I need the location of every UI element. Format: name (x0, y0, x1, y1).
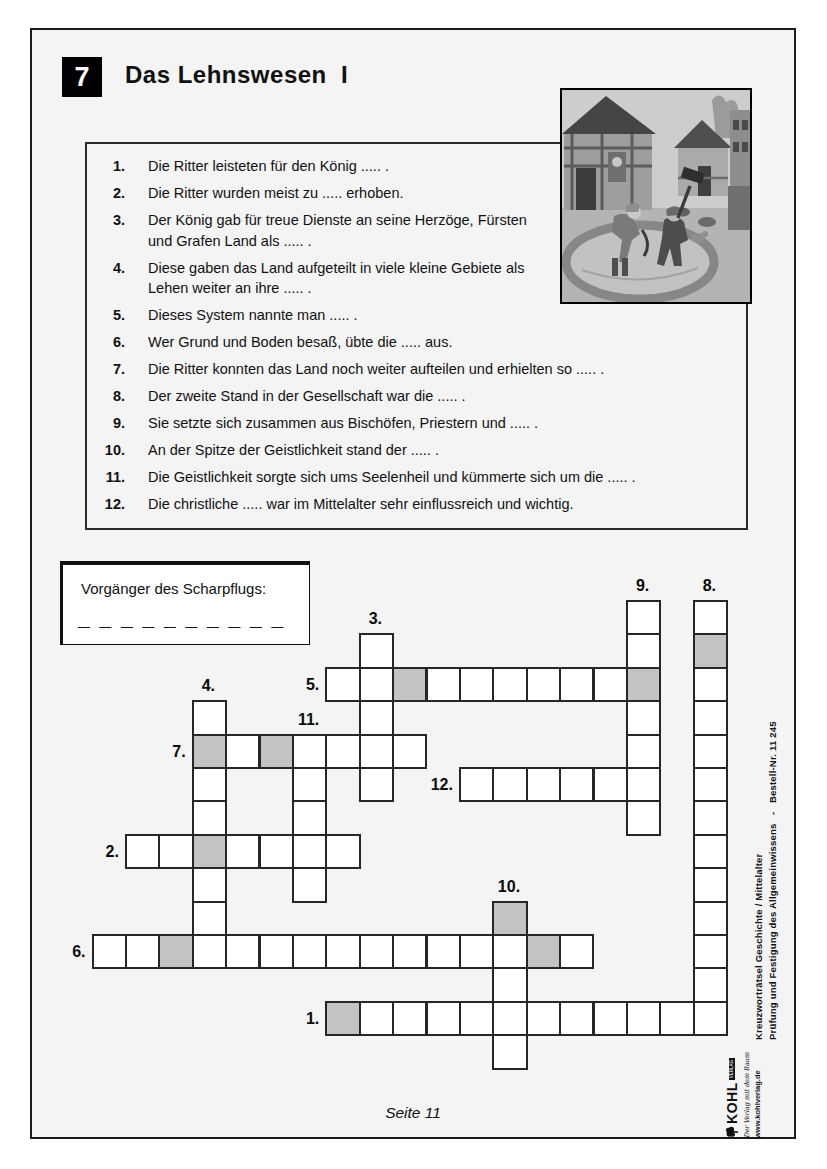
grid-cell[interactable] (626, 600, 661, 635)
grid-cell[interactable] (192, 901, 227, 936)
grid-cell[interactable] (426, 1001, 461, 1036)
grid-cell[interactable] (459, 934, 494, 969)
grid-clue-number: 7. (140, 734, 186, 769)
clue-text: Die Ritter konnten das Land noch weiter … (148, 359, 604, 380)
grid-cell[interactable] (693, 767, 728, 802)
grid-cell[interactable] (693, 667, 728, 702)
clue-number: 4. (98, 258, 125, 299)
grid-cell-gray[interactable] (693, 633, 728, 668)
grid-cell[interactable] (359, 667, 394, 702)
clue-item: 7.Die Ritter konnten das Land noch weite… (98, 359, 636, 380)
clue-item: 4.Diese gaben das Land aufgeteilt in vie… (98, 258, 636, 299)
clue-item: 6.Wer Grund und Boden besaß, übte die ..… (98, 332, 636, 353)
grid-cell[interactable] (259, 834, 294, 869)
grid-cell[interactable] (125, 934, 160, 969)
sidebar-imprint-rotated: Kreuzworträtsel Geschichte / Mittelalter… (752, 720, 782, 1040)
grid-clue-number: 8. (685, 575, 734, 597)
grid-cell[interactable] (492, 1034, 527, 1069)
grid-cell[interactable] (693, 800, 728, 835)
grid-cell[interactable] (559, 667, 594, 702)
grid-cell[interactable] (92, 934, 127, 969)
grid-cell[interactable] (626, 767, 661, 802)
clue-number: 10. (98, 440, 125, 461)
grid-clue-number: 9. (618, 575, 667, 597)
grid-cell[interactable] (626, 800, 661, 835)
clue-text: Der König gab für treue Dienste an seine… (148, 210, 540, 251)
grid-cell-gray[interactable] (526, 934, 561, 969)
grid-cell[interactable] (693, 734, 728, 769)
grid-clue-number: 2. (73, 834, 119, 869)
grid-cell[interactable] (693, 901, 728, 936)
grid-clue-number: 6. (40, 934, 86, 969)
grid-cell-gray[interactable] (626, 667, 661, 702)
clue-item: 8.Der zweite Stand in der Gesellschaft w… (98, 386, 636, 407)
clue-number: 8. (98, 386, 125, 407)
clue-item: 11.Die Geistlichkeit sorgte sich ums See… (98, 467, 636, 488)
clue-number: 9. (98, 413, 125, 434)
grid-cell[interactable] (325, 834, 360, 869)
grid-cell[interactable] (693, 934, 728, 969)
grid-cell[interactable] (693, 967, 728, 1002)
grid-cell[interactable] (292, 767, 327, 802)
sidebar-imprint: Kreuzworträtsel Geschichte / Mittelalter… (752, 720, 782, 1040)
grid-cell[interactable] (693, 867, 728, 902)
grid-cell[interactable] (626, 700, 661, 735)
grid-cell[interactable] (392, 934, 427, 969)
bonus-question-label: Vorgänger des Scharpflugs: (81, 580, 309, 597)
grid-cell[interactable] (292, 800, 327, 835)
grid-cell[interactable] (492, 767, 527, 802)
clue-item: 2.Die Ritter wurden meist zu ..... erhob… (98, 183, 636, 204)
grid-cell[interactable] (359, 633, 394, 668)
clue-number: 1. (98, 156, 125, 177)
grid-cell[interactable] (292, 934, 327, 969)
grid-cell[interactable] (392, 1001, 427, 1036)
grid-cell[interactable] (325, 934, 360, 969)
grid-cell[interactable] (292, 867, 327, 902)
clue-number: 5. (98, 305, 125, 326)
grid-cell[interactable] (359, 1001, 394, 1036)
grid-cell[interactable] (259, 934, 294, 969)
clue-text: Die Ritter leisteten für den König .....… (148, 156, 389, 177)
grid-cell[interactable] (225, 934, 260, 969)
grid-cell[interactable] (593, 667, 628, 702)
publisher-name: KOHL (724, 1082, 740, 1124)
grid-clue-number: 12. (407, 767, 453, 802)
grid-cell[interactable] (359, 767, 394, 802)
grid-cell[interactable] (459, 767, 494, 802)
grid-cell-gray[interactable] (158, 934, 193, 969)
grid-cell[interactable] (359, 700, 394, 735)
clue-item: 1.Die Ritter leisteten für den König ...… (98, 156, 636, 177)
grid-cell[interactable] (559, 1001, 594, 1036)
clue-text: Sie setzte sich zusammen aus Bischöfen, … (148, 413, 538, 434)
grid-cell[interactable] (292, 834, 327, 869)
grid-cell[interactable] (359, 734, 394, 769)
clue-text: Dieses System nannte man ..... . (148, 305, 358, 326)
clue-number: 7. (98, 359, 125, 380)
grid-cell[interactable] (526, 767, 561, 802)
grid-cell[interactable] (559, 934, 594, 969)
grid-cell[interactable] (593, 767, 628, 802)
grid-cell[interactable] (492, 967, 527, 1002)
clue-number: 6. (98, 332, 125, 353)
grid-cell[interactable] (492, 934, 527, 969)
clue-text: Die Ritter wurden meist zu ..... erhoben… (148, 183, 403, 204)
grid-cell[interactable] (192, 867, 227, 902)
grid-cell[interactable] (392, 734, 427, 769)
grid-cell[interactable] (492, 1001, 527, 1036)
clue-number: 11. (98, 467, 125, 488)
grid-cell[interactable] (359, 934, 394, 969)
grid-cell[interactable] (626, 734, 661, 769)
grid-cell-gray[interactable] (192, 734, 227, 769)
grid-cell[interactable] (693, 600, 728, 635)
clue-number: 2. (98, 183, 125, 204)
clue-number: 12. (98, 494, 125, 515)
clue-number: 3. (98, 210, 125, 251)
clue-text: Die Geistlichkeit sorgte sich ums Seelen… (148, 467, 636, 488)
sidebar-series-line: Kreuzworträtsel Geschichte / Mittelalter (752, 720, 766, 1040)
grid-cell[interactable] (693, 1001, 728, 1036)
grid-cell-gray[interactable] (259, 734, 294, 769)
grid-cell[interactable] (192, 934, 227, 969)
bonus-answer-box: Vorgänger des Scharpflugs: _ _ _ _ _ _ _… (60, 561, 310, 645)
grid-cell[interactable] (459, 667, 494, 702)
grid-cell[interactable] (125, 834, 160, 869)
grid-clue-number: 1. (273, 1001, 319, 1036)
grid-cell[interactable] (593, 1001, 628, 1036)
grid-cell[interactable] (459, 1001, 494, 1036)
grid-cell[interactable] (325, 734, 360, 769)
sidebar-ordernumber-line: Prüfung und Festigung des Allgemeinwisse… (766, 720, 780, 1040)
grid-cell[interactable] (693, 834, 728, 869)
grid-cell[interactable] (225, 834, 260, 869)
publisher-logo-rotated: KOHL VERLAG Der Verlag mit dem Baum www.… (722, 1058, 780, 1138)
publisher-verlag-box: VERLAG (729, 1058, 736, 1080)
medieval-illustration (560, 88, 752, 304)
tree-icon (722, 1126, 742, 1138)
grid-cell[interactable] (626, 1001, 661, 1036)
clue-item: 9.Sie setzte sich zusammen aus Bischöfen… (98, 413, 636, 434)
grid-cell[interactable] (292, 734, 327, 769)
clues-list: 1.Die Ritter leisteten für den König ...… (98, 156, 636, 521)
grid-cell-gray[interactable] (392, 667, 427, 702)
grid-cell[interactable] (225, 734, 260, 769)
grid-cell[interactable] (325, 667, 360, 702)
publisher-tagline: Der Verlag mit dem Baum (743, 1058, 751, 1138)
clue-item: 12.Die christliche ..... war im Mittelal… (98, 494, 636, 515)
grid-cell[interactable] (192, 767, 227, 802)
grid-cell[interactable] (693, 700, 728, 735)
grid-cell[interactable] (426, 667, 461, 702)
grid-cell[interactable] (526, 1001, 561, 1036)
task-number-badge: 7 (62, 57, 102, 97)
publisher-logo: KOHL VERLAG Der Verlag mit dem Baum www.… (722, 1058, 780, 1138)
clue-item: 3.Der König gab für treue Dienste an sei… (98, 210, 636, 251)
grid-cell[interactable] (559, 767, 594, 802)
clue-text: Der zweite Stand in der Gesellschaft war… (148, 386, 466, 407)
grid-clue-number: 10. (484, 876, 533, 898)
grid-clue-number: 11. (284, 709, 333, 731)
clue-text: Wer Grund und Boden besaß, übte die ....… (148, 332, 452, 353)
clue-text: Die christliche ..... war im Mittelalter… (148, 494, 573, 515)
grid-cell-gray[interactable] (492, 901, 527, 936)
grid-cell[interactable] (626, 633, 661, 668)
grid-cell[interactable] (158, 834, 193, 869)
grid-cell[interactable] (659, 1001, 694, 1036)
grid-clue-number: 5. (273, 667, 319, 702)
medieval-scene-drawing (562, 90, 750, 302)
clue-item: 10.An der Spitze der Geistlichkeit stand… (98, 440, 636, 461)
grid-cell-gray[interactable] (192, 834, 227, 869)
grid-cell[interactable] (426, 934, 461, 969)
grid-cell[interactable] (192, 800, 227, 835)
bonus-answer-blanks[interactable]: _ _ _ _ _ _ _ _ _ _ (78, 606, 309, 630)
grid-cell[interactable] (526, 667, 561, 702)
publisher-url: www.kohlverlag.de (753, 1058, 762, 1138)
grid-clue-number: 4. (184, 675, 233, 697)
grid-cell[interactable] (492, 667, 527, 702)
grid-cell-gray[interactable] (325, 1001, 360, 1036)
clue-text: An der Spitze der Geistlichkeit stand de… (148, 440, 439, 461)
clue-item: 5.Dieses System nannte man ..... . (98, 305, 636, 326)
page-number: Seite 11 (30, 1104, 796, 1122)
clue-text: Diese gaben das Land aufgeteilt in viele… (148, 258, 540, 299)
page-title: Das Lehnswesen I (125, 61, 348, 89)
grid-clue-number: 3. (351, 608, 400, 630)
grid-cell[interactable] (192, 700, 227, 735)
